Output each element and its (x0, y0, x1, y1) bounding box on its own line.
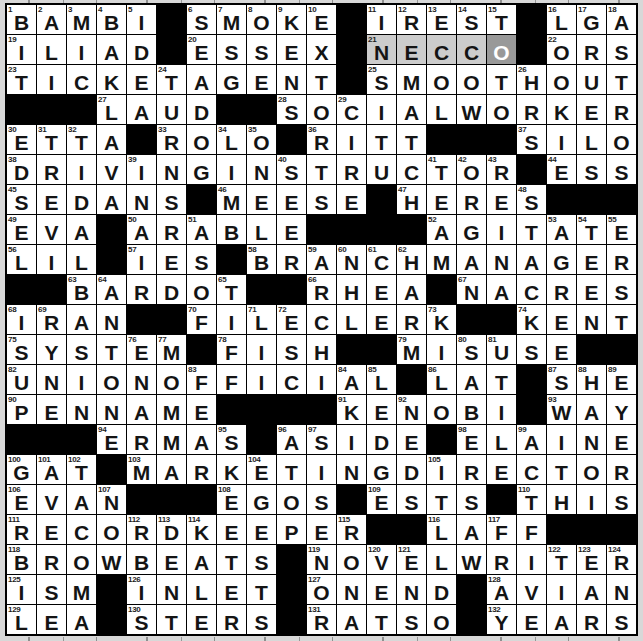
cell-r12c8[interactable]: 78F (217, 335, 246, 364)
cell-r9c11[interactable]: 59A (307, 245, 336, 274)
cell-r18c15[interactable]: 116L (427, 515, 456, 544)
cell-r5c19[interactable]: I (547, 125, 576, 154)
cell-r8c15[interactable]: 52A (427, 215, 456, 244)
cell-r5c4[interactable]: A (97, 125, 126, 154)
cell-r18c5[interactable]: 112R (127, 515, 156, 544)
cell-r4c6[interactable]: U (157, 95, 186, 124)
cell-r2c13[interactable]: 21N (367, 35, 396, 64)
cell-r20c17[interactable]: 128A (487, 575, 516, 604)
cell-r19c3[interactable]: O (67, 545, 96, 574)
cell-r19c19[interactable]: 122T (547, 545, 576, 574)
cell-r6c15[interactable]: 41T (427, 155, 456, 184)
cell-r6c1[interactable]: 38D (7, 155, 36, 184)
cell-r16c15[interactable]: 105I (427, 455, 456, 484)
cell-r2c19[interactable]: 22O (547, 35, 576, 64)
cell-r14c13[interactable]: E (367, 395, 396, 424)
cell-r15c7[interactable]: A (187, 425, 216, 454)
cell-r9c15[interactable]: M (427, 245, 456, 274)
cell-r5c9[interactable]: 35O (247, 125, 276, 154)
cell-r17c10[interactable]: O (277, 485, 306, 514)
cell-r16c6[interactable]: A (157, 455, 186, 484)
cell-r21c3[interactable]: A (67, 605, 96, 634)
cell-r18c9[interactable]: E (247, 515, 276, 544)
cell-r21c15[interactable]: O (427, 605, 456, 634)
cell-r4c10[interactable]: 28S (277, 95, 306, 124)
cell-r4c13[interactable]: I (367, 95, 396, 124)
cell-r6c5[interactable]: 39I (127, 155, 156, 184)
cell-r4c18[interactable]: R (517, 95, 546, 124)
cell-r6c8[interactable]: I (217, 155, 246, 184)
cell-r14c19[interactable]: 93W (547, 395, 576, 424)
cell-r4c17[interactable]: O (487, 95, 516, 124)
cell-r3c14[interactable]: M (397, 65, 426, 94)
cell-r1c9[interactable]: 8O (247, 5, 276, 34)
cell-r18c1[interactable]: 111R (7, 515, 36, 544)
cell-r10c20[interactable]: E (577, 275, 606, 304)
cell-r5c11[interactable]: 36R (307, 125, 336, 154)
cell-r12c18[interactable]: S (517, 335, 546, 364)
cell-r15c11[interactable]: 97S (307, 425, 336, 454)
cell-r21c13[interactable]: T (367, 605, 396, 634)
cell-r10c11[interactable]: 66R (307, 275, 336, 304)
cell-r3c17[interactable]: T (487, 65, 516, 94)
cell-r12c16[interactable]: 80S (457, 335, 486, 364)
cell-r20c11[interactable]: 127O (307, 575, 336, 604)
cell-r21c1[interactable]: 129L (7, 605, 36, 634)
cell-r4c21[interactable]: R (607, 95, 636, 124)
cell-r21c17[interactable]: 132Y (487, 605, 516, 634)
cell-r2c5[interactable]: D (127, 35, 156, 64)
cell-r5c14[interactable]: T (397, 125, 426, 154)
cell-r13c16[interactable]: A (457, 365, 486, 394)
cell-r2c20[interactable]: R (577, 35, 606, 64)
cell-r6c3[interactable]: I (67, 155, 96, 184)
crossword-grid[interactable]: 1B2A3M4B5I6S7M8O9K10E11I12R13E14S15T16L1… (5, 3, 638, 636)
cell-r14c21[interactable]: Y (607, 395, 636, 424)
cell-r9c12[interactable]: 60N (337, 245, 366, 274)
cell-r20c19[interactable]: I (547, 575, 576, 604)
cell-r19c17[interactable]: R (487, 545, 516, 574)
cell-r16c2[interactable]: 101A (37, 455, 66, 484)
cell-r19c8[interactable]: T (217, 545, 246, 574)
cell-r1c4[interactable]: 4B (97, 5, 126, 34)
cell-r11c4[interactable]: N (97, 305, 126, 334)
cell-r7c15[interactable]: E (427, 185, 456, 214)
cell-r19c20[interactable]: 123E (577, 545, 606, 574)
cell-r2c10[interactable]: E (277, 35, 306, 64)
cell-r1c13[interactable]: 11I (367, 5, 396, 34)
cell-r16c19[interactable]: T (547, 455, 576, 484)
cell-r15c19[interactable]: I (547, 425, 576, 454)
cell-r18c18[interactable]: F (517, 515, 546, 544)
cell-r13c5[interactable]: N (127, 365, 156, 394)
cell-r1c10[interactable]: 9K (277, 5, 306, 34)
cell-r2c11[interactable]: X (307, 35, 336, 64)
cell-r14c7[interactable]: E (187, 395, 216, 424)
cell-r19c12[interactable]: O (337, 545, 366, 574)
cell-r1c14[interactable]: 12R (397, 5, 426, 34)
cell-r6c10[interactable]: 40S (277, 155, 306, 184)
cell-r13c17[interactable]: T (487, 365, 516, 394)
cell-r10c5[interactable]: R (127, 275, 156, 304)
cell-r4c20[interactable]: E (577, 95, 606, 124)
cell-r10c14[interactable]: A (397, 275, 426, 304)
cell-r8c10[interactable]: E (277, 215, 306, 244)
cell-r1c7[interactable]: 6S (187, 5, 216, 34)
cell-r12c9[interactable]: I (247, 335, 276, 364)
cell-r13c15[interactable]: 86L (427, 365, 456, 394)
cell-r10c6[interactable]: D (157, 275, 186, 304)
cell-r8c6[interactable]: R (157, 215, 186, 244)
cell-r21c6[interactable]: T (157, 605, 186, 634)
cell-r1c15[interactable]: 13E (427, 5, 456, 34)
cell-r1c8[interactable]: 7M (217, 5, 246, 34)
cell-r2c2[interactable]: L (37, 35, 66, 64)
cell-r18c10[interactable]: P (277, 515, 306, 544)
cell-r17c2[interactable]: V (37, 485, 66, 514)
cell-r14c2[interactable]: E (37, 395, 66, 424)
cell-r13c4[interactable]: O (97, 365, 126, 394)
cell-r19c15[interactable]: L (427, 545, 456, 574)
cell-r13c10[interactable]: C (277, 365, 306, 394)
cell-r3c20[interactable]: U (577, 65, 606, 94)
cell-r16c13[interactable]: G (367, 455, 396, 484)
cell-r17c14[interactable]: S (397, 485, 426, 514)
cell-r7c5[interactable]: N (127, 185, 156, 214)
cell-r9c6[interactable]: E (157, 245, 186, 274)
cell-r10c17[interactable]: A (487, 275, 516, 304)
cell-r20c18[interactable]: V (517, 575, 546, 604)
cell-r20c12[interactable]: N (337, 575, 366, 604)
cell-r16c1[interactable]: 100G (7, 455, 36, 484)
cell-r10c16[interactable]: 67N (457, 275, 486, 304)
cell-r20c13[interactable]: E (367, 575, 396, 604)
cell-r11c11[interactable]: C (307, 305, 336, 334)
cell-r14c6[interactable]: M (157, 395, 186, 424)
cell-r13c3[interactable]: I (67, 365, 96, 394)
cell-r6c13[interactable]: U (367, 155, 396, 184)
cell-r11c3[interactable]: A (67, 305, 96, 334)
cell-r17c18[interactable]: 110T (517, 485, 546, 514)
cell-r12c15[interactable]: I (427, 335, 456, 364)
cell-r17c11[interactable]: S (307, 485, 336, 514)
cell-r21c2[interactable]: E (37, 605, 66, 634)
cell-r15c10[interactable]: 96A (277, 425, 306, 454)
cell-r3c15[interactable]: O (427, 65, 456, 94)
cell-r19c7[interactable]: A (187, 545, 216, 574)
cell-r19c6[interactable]: E (157, 545, 186, 574)
cell-r1c19[interactable]: 16L (547, 5, 576, 34)
cell-r16c12[interactable]: N (337, 455, 366, 484)
cell-r12c2[interactable]: Y (37, 335, 66, 364)
cell-r20c1[interactable]: 125I (7, 575, 36, 604)
cell-r19c9[interactable]: S (247, 545, 276, 574)
cell-r17c20[interactable]: I (577, 485, 606, 514)
cell-r3c9[interactable]: E (247, 65, 276, 94)
cell-r2c17[interactable]: O (487, 35, 516, 64)
cell-r16c18[interactable]: C (517, 455, 546, 484)
cell-r13c11[interactable]: I (307, 365, 336, 394)
cell-r4c4[interactable]: 27L (97, 95, 126, 124)
cell-r9c2[interactable]: I (37, 245, 66, 274)
cell-r3c19[interactable]: O (547, 65, 576, 94)
cell-r13c9[interactable]: I (247, 365, 276, 394)
cell-r19c5[interactable]: B (127, 545, 156, 574)
cell-r9c9[interactable]: 58B (247, 245, 276, 274)
cell-r9c14[interactable]: 62H (397, 245, 426, 274)
cell-r5c20[interactable]: L (577, 125, 606, 154)
cell-r9c1[interactable]: 56L (7, 245, 36, 274)
cell-r12c5[interactable]: 76E (127, 335, 156, 364)
cell-r19c16[interactable]: W (457, 545, 486, 574)
cell-r12c3[interactable]: S (67, 335, 96, 364)
cell-r1c16[interactable]: 14S (457, 5, 486, 34)
cell-r15c6[interactable]: M (157, 425, 186, 454)
cell-r2c14[interactable]: E (397, 35, 426, 64)
cell-r18c2[interactable]: E (37, 515, 66, 544)
cell-r12c14[interactable]: 79M (397, 335, 426, 364)
cell-r9c18[interactable]: A (517, 245, 546, 274)
cell-r15c14[interactable]: E (397, 425, 426, 454)
cell-r11c8[interactable]: I (217, 305, 246, 334)
cell-r10c3[interactable]: 63B (67, 275, 96, 304)
cell-r11c10[interactable]: 72E (277, 305, 306, 334)
cell-r5c6[interactable]: 33R (157, 125, 186, 154)
cell-r10c21[interactable]: S (607, 275, 636, 304)
cell-r16c21[interactable]: R (607, 455, 636, 484)
cell-r19c2[interactable]: R (37, 545, 66, 574)
cell-r12c11[interactable]: H (307, 335, 336, 364)
cell-r5c1[interactable]: 30E (7, 125, 36, 154)
cell-r14c20[interactable]: A (577, 395, 606, 424)
cell-r3c2[interactable]: I (37, 65, 66, 94)
cell-r11c20[interactable]: N (577, 305, 606, 334)
cell-r7c11[interactable]: S (307, 185, 336, 214)
cell-r21c12[interactable]: A (337, 605, 366, 634)
cell-r15c16[interactable]: 98E (457, 425, 486, 454)
cell-r7c2[interactable]: E (37, 185, 66, 214)
cell-r18c4[interactable]: O (97, 515, 126, 544)
cell-r21c20[interactable]: R (577, 605, 606, 634)
cell-r7c18[interactable]: 48S (517, 185, 546, 214)
cell-r1c1[interactable]: 1B (7, 5, 36, 34)
cell-r13c13[interactable]: 85L (367, 365, 396, 394)
cell-r7c3[interactable]: D (67, 185, 96, 214)
cell-r3c6[interactable]: 24T (157, 65, 186, 94)
cell-r17c13[interactable]: 109E (367, 485, 396, 514)
cell-r17c1[interactable]: 106E (7, 485, 36, 514)
cell-r14c4[interactable]: N (97, 395, 126, 424)
cell-r8c16[interactable]: G (457, 215, 486, 244)
cell-r12c6[interactable]: 77M (157, 335, 186, 364)
cell-r8c19[interactable]: 53A (547, 215, 576, 244)
cell-r7c17[interactable]: E (487, 185, 516, 214)
cell-r14c15[interactable]: O (427, 395, 456, 424)
cell-r11c12[interactable]: L (337, 305, 366, 334)
cell-r16c9[interactable]: 104E (247, 455, 276, 484)
cell-r11c9[interactable]: 71L (247, 305, 276, 334)
cell-r9c20[interactable]: E (577, 245, 606, 274)
cell-r9c21[interactable]: R (607, 245, 636, 274)
cell-r5c3[interactable]: 32T (67, 125, 96, 154)
cell-r2c4[interactable]: A (97, 35, 126, 64)
cell-r8c21[interactable]: 55E (607, 215, 636, 244)
cell-r3c10[interactable]: N (277, 65, 306, 94)
cell-r3c4[interactable]: K (97, 65, 126, 94)
cell-r7c16[interactable]: R (457, 185, 486, 214)
cell-r4c19[interactable]: K (547, 95, 576, 124)
cell-r1c11[interactable]: 10E (307, 5, 336, 34)
cell-r17c8[interactable]: 108E (217, 485, 246, 514)
cell-r17c9[interactable]: G (247, 485, 276, 514)
cell-r5c18[interactable]: 37S (517, 125, 546, 154)
cell-r2c8[interactable]: S (217, 35, 246, 64)
cell-r15c4[interactable]: 94E (97, 425, 126, 454)
cell-r6c20[interactable]: S (577, 155, 606, 184)
cell-r8c1[interactable]: 49E (7, 215, 36, 244)
cell-r16c20[interactable]: O (577, 455, 606, 484)
cell-r4c12[interactable]: 29C (337, 95, 366, 124)
cell-r8c20[interactable]: 54T (577, 215, 606, 244)
cell-r15c17[interactable]: L (487, 425, 516, 454)
cell-r2c3[interactable]: I (67, 35, 96, 64)
cell-r8c3[interactable]: A (67, 215, 96, 244)
cell-r13c7[interactable]: 83F (187, 365, 216, 394)
cell-r10c4[interactable]: 64A (97, 275, 126, 304)
cell-r15c5[interactable]: R (127, 425, 156, 454)
cell-r9c7[interactable]: S (187, 245, 216, 274)
cell-r7c9[interactable]: E (247, 185, 276, 214)
cell-r9c5[interactable]: 57I (127, 245, 156, 274)
cell-r14c3[interactable]: N (67, 395, 96, 424)
cell-r16c10[interactable]: T (277, 455, 306, 484)
cell-r1c3[interactable]: 3M (67, 5, 96, 34)
cell-r20c15[interactable]: D (427, 575, 456, 604)
cell-r18c16[interactable]: A (457, 515, 486, 544)
cell-r17c21[interactable]: S (607, 485, 636, 514)
cell-r20c6[interactable]: N (157, 575, 186, 604)
cell-r21c11[interactable]: 131R (307, 605, 336, 634)
cell-r12c17[interactable]: 81U (487, 335, 516, 364)
cell-r10c19[interactable]: R (547, 275, 576, 304)
cell-r6c11[interactable]: T (307, 155, 336, 184)
cell-r19c14[interactable]: 121E (397, 545, 426, 574)
cell-r2c16[interactable]: C (457, 35, 486, 64)
cell-r9c19[interactable]: G (547, 245, 576, 274)
cell-r20c5[interactable]: 126I (127, 575, 156, 604)
cell-r21c8[interactable]: R (217, 605, 246, 634)
cell-r7c8[interactable]: 46M (217, 185, 246, 214)
cell-r6c9[interactable]: N (247, 155, 276, 184)
cell-r13c8[interactable]: F (217, 365, 246, 394)
cell-r19c11[interactable]: 119N (307, 545, 336, 574)
cell-r5c12[interactable]: I (337, 125, 366, 154)
cell-r16c5[interactable]: 103M (127, 455, 156, 484)
cell-r5c2[interactable]: 31T (37, 125, 66, 154)
cell-r18c8[interactable]: E (217, 515, 246, 544)
cell-r8c9[interactable]: L (247, 215, 276, 244)
cell-r16c11[interactable]: I (307, 455, 336, 484)
cell-r13c20[interactable]: 88H (577, 365, 606, 394)
cell-r2c1[interactable]: 19I (7, 35, 36, 64)
cell-r8c8[interactable]: B (217, 215, 246, 244)
cell-r3c3[interactable]: C (67, 65, 96, 94)
cell-r21c21[interactable]: S (607, 605, 636, 634)
cell-r11c18[interactable]: 74K (517, 305, 546, 334)
cell-r21c7[interactable]: E (187, 605, 216, 634)
cell-r4c16[interactable]: W (457, 95, 486, 124)
cell-r8c7[interactable]: 51A (187, 215, 216, 244)
cell-r2c15[interactable]: C (427, 35, 456, 64)
cell-r3c16[interactable]: O (457, 65, 486, 94)
cell-r13c19[interactable]: 87S (547, 365, 576, 394)
cell-r21c19[interactable]: A (547, 605, 576, 634)
cell-r18c12[interactable]: 115R (337, 515, 366, 544)
cell-r4c15[interactable]: L (427, 95, 456, 124)
cell-r7c6[interactable]: S (157, 185, 186, 214)
cell-r8c2[interactable]: V (37, 215, 66, 244)
cell-r10c8[interactable]: 65T (217, 275, 246, 304)
cell-r11c7[interactable]: 70F (187, 305, 216, 334)
cell-r3c18[interactable]: 26H (517, 65, 546, 94)
cell-r16c8[interactable]: K (217, 455, 246, 484)
cell-r17c3[interactable]: A (67, 485, 96, 514)
cell-r4c14[interactable]: A (397, 95, 426, 124)
cell-r6c16[interactable]: 42O (457, 155, 486, 184)
cell-r3c1[interactable]: 23T (7, 65, 36, 94)
cell-r6c6[interactable]: N (157, 155, 186, 184)
cell-r2c9[interactable]: S (247, 35, 276, 64)
cell-r1c5[interactable]: 5I (127, 5, 156, 34)
cell-r3c7[interactable]: A (187, 65, 216, 94)
cell-r3c5[interactable]: E (127, 65, 156, 94)
cell-r1c17[interactable]: 15T (487, 5, 516, 34)
cell-r21c14[interactable]: S (397, 605, 426, 634)
cell-r11c13[interactable]: E (367, 305, 396, 334)
cell-r7c4[interactable]: A (97, 185, 126, 214)
cell-r21c5[interactable]: 130S (127, 605, 156, 634)
cell-r9c16[interactable]: A (457, 245, 486, 274)
cell-r4c11[interactable]: O (307, 95, 336, 124)
cell-r20c14[interactable]: N (397, 575, 426, 604)
cell-r15c18[interactable]: 99A (517, 425, 546, 454)
cell-r17c16[interactable]: S (457, 485, 486, 514)
cell-r4c7[interactable]: D (187, 95, 216, 124)
cell-r14c16[interactable]: B (457, 395, 486, 424)
cell-r6c4[interactable]: V (97, 155, 126, 184)
cell-r19c21[interactable]: 124R (607, 545, 636, 574)
cell-r12c19[interactable]: E (547, 335, 576, 364)
cell-r20c3[interactable]: M (67, 575, 96, 604)
cell-r14c17[interactable]: I (487, 395, 516, 424)
cell-r11c1[interactable]: 68I (7, 305, 36, 334)
cell-r19c4[interactable]: W (97, 545, 126, 574)
cell-r12c10[interactable]: S (277, 335, 306, 364)
cell-r20c7[interactable]: L (187, 575, 216, 604)
cell-r1c20[interactable]: 17G (577, 5, 606, 34)
cell-r11c2[interactable]: 69R (37, 305, 66, 334)
cell-r16c16[interactable]: R (457, 455, 486, 484)
cell-r11c14[interactable]: R (397, 305, 426, 334)
cell-r3c8[interactable]: G (217, 65, 246, 94)
cell-r5c7[interactable]: O (187, 125, 216, 154)
cell-r7c1[interactable]: 45S (7, 185, 36, 214)
cell-r18c3[interactable]: C (67, 515, 96, 544)
cell-r7c10[interactable]: E (277, 185, 306, 214)
cell-r16c7[interactable]: R (187, 455, 216, 484)
cell-r19c1[interactable]: 118B (7, 545, 36, 574)
cell-r10c18[interactable]: C (517, 275, 546, 304)
